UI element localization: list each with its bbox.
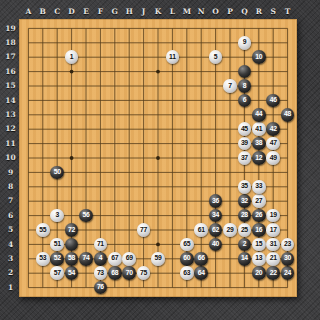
stone-black-O6: 34: [209, 209, 223, 223]
move-number: 67: [111, 255, 118, 262]
row-label-3: 3: [3, 252, 18, 266]
move-number: 24: [284, 270, 291, 277]
stone-black-N3: 66: [194, 252, 208, 266]
col-label-G: G: [108, 5, 122, 18]
stone-white-D17: 1: [65, 50, 79, 64]
move-number: 76: [97, 284, 104, 291]
row-label-8: 8: [3, 180, 18, 194]
move-number: 53: [39, 255, 46, 262]
col-label-D: D: [64, 5, 78, 18]
col-label-N: N: [194, 5, 208, 18]
col-label-A: A: [21, 5, 35, 18]
stone-white-Q8: 35: [238, 180, 252, 194]
stone-black-Q14: 6: [238, 94, 252, 108]
stone-black-D2: 54: [65, 266, 79, 280]
move-number: 56: [82, 212, 89, 219]
stone-black-R17: 10: [252, 50, 266, 64]
move-number: 71: [97, 241, 104, 248]
move-number: 30: [284, 255, 291, 262]
row-label-14: 14: [3, 93, 18, 107]
move-number: 29: [226, 227, 233, 234]
stone-black-Q4: 2: [238, 238, 252, 252]
row-label-18: 18: [3, 36, 18, 50]
move-number: 11: [169, 54, 176, 61]
stone-white-S4: 31: [266, 238, 280, 252]
move-number: 1: [70, 54, 73, 61]
move-number: 22: [270, 270, 277, 277]
stone-black-T13: 48: [281, 108, 295, 122]
stone-black-O4: 40: [209, 238, 223, 252]
stone-black-Q16: [238, 65, 252, 79]
row-label-13: 13: [3, 108, 18, 122]
stone-black-S12: 42: [266, 122, 280, 136]
move-number: 34: [212, 212, 219, 219]
move-number: 44: [255, 111, 262, 118]
stone-black-T3: 30: [281, 252, 295, 266]
col-label-F: F: [93, 5, 107, 18]
col-label-O: O: [208, 5, 222, 18]
stone-black-T2: 24: [281, 266, 295, 280]
stone-white-R3: 13: [252, 252, 266, 266]
col-label-E: E: [79, 5, 93, 18]
stone-white-O17: 5: [209, 50, 223, 64]
col-label-J: J: [136, 5, 150, 18]
stone-black-R6: 26: [252, 209, 266, 223]
stone-white-S3: 21: [266, 252, 280, 266]
stone-white-S10: 49: [266, 151, 280, 165]
stone-white-Q18: 9: [238, 36, 252, 50]
stone-black-D5: 72: [65, 223, 79, 237]
col-label-B: B: [36, 5, 50, 18]
move-number: 64: [198, 270, 205, 277]
stone-black-D4: [65, 238, 79, 252]
move-number: 48: [284, 111, 291, 118]
row-label-12: 12: [3, 122, 18, 136]
stone-white-T4: 23: [281, 238, 295, 252]
move-number: 21: [270, 255, 277, 262]
stone-white-R8: 33: [252, 180, 266, 194]
stone-white-P5: 29: [223, 223, 237, 237]
move-number: 60: [183, 255, 190, 262]
stone-white-B5: 55: [36, 223, 50, 237]
stone-black-F3: 4: [94, 252, 108, 266]
move-number: 59: [154, 255, 161, 262]
stone-black-Q6: 28: [238, 209, 252, 223]
move-number: 40: [212, 241, 219, 248]
move-number: 75: [140, 270, 147, 277]
move-number: 77: [140, 227, 147, 234]
stone-white-Q11: 39: [238, 137, 252, 151]
move-number: 51: [54, 241, 61, 248]
stone-white-M2: 63: [180, 266, 194, 280]
move-number: 47: [270, 140, 277, 147]
stone-black-Q15: 8: [238, 79, 252, 93]
stone-black-Q7: 32: [238, 194, 252, 208]
move-number: 9: [243, 39, 246, 46]
move-number: 8: [243, 83, 246, 90]
col-label-K: K: [151, 5, 165, 18]
move-number: 14: [241, 255, 248, 262]
move-number: 16: [255, 227, 262, 234]
stone-white-C6: 3: [50, 209, 64, 223]
stone-white-Q5: 25: [238, 223, 252, 237]
stone-white-Q10: 37: [238, 151, 252, 165]
stone-white-Q12: 45: [238, 122, 252, 136]
row-label-17: 17: [3, 50, 18, 64]
move-number: 50: [54, 169, 61, 176]
stone-white-R12: 41: [252, 122, 266, 136]
stone-white-S11: 47: [266, 137, 280, 151]
move-number: 38: [255, 140, 262, 147]
move-number: 20: [255, 270, 262, 277]
col-label-R: R: [252, 5, 266, 18]
stone-black-S14: 46: [266, 94, 280, 108]
col-label-Q: Q: [237, 5, 251, 18]
stone-white-G3: 67: [108, 252, 122, 266]
col-label-H: H: [122, 5, 136, 18]
move-number: 3: [55, 212, 58, 219]
row-label-15: 15: [3, 79, 18, 93]
move-number: 54: [68, 270, 75, 277]
move-number: 73: [97, 270, 104, 277]
move-number: 19: [270, 212, 277, 219]
row-label-11: 11: [3, 136, 18, 150]
stone-white-C2: 57: [50, 266, 64, 280]
stone-white-B3: 53: [36, 252, 50, 266]
stone-white-F4: 71: [94, 238, 108, 252]
stone-white-L17: 11: [166, 50, 180, 64]
move-number: 65: [183, 241, 190, 248]
move-number: 28: [241, 212, 248, 219]
stone-black-R5: 16: [252, 223, 266, 237]
move-number: 70: [126, 270, 133, 277]
stone-white-S5: 17: [266, 223, 280, 237]
stone-black-N2: 64: [194, 266, 208, 280]
move-number: 74: [82, 255, 89, 262]
move-number: 55: [39, 227, 46, 234]
stone-black-O7: 36: [209, 194, 223, 208]
stone-black-G2: 68: [108, 266, 122, 280]
stone-black-C9: 50: [50, 166, 64, 180]
move-number: 15: [255, 241, 262, 248]
go-diagram: ABCDEFGHJKLMNOPQRST 19181716151413121110…: [0, 0, 320, 320]
stone-white-N5: 61: [194, 223, 208, 237]
stones-layer: 1234567891011121314151617192021222324252…: [21, 21, 295, 295]
move-number: 12: [255, 155, 262, 162]
move-number: 72: [68, 227, 75, 234]
stone-black-H2: 70: [122, 266, 136, 280]
go-board[interactable]: 1234567891011121314151617192021222324252…: [19, 19, 297, 297]
stone-black-Q3: 14: [238, 252, 252, 266]
move-number: 62: [212, 227, 219, 234]
move-number: 39: [241, 140, 248, 147]
move-number: 25: [241, 227, 248, 234]
move-number: 68: [111, 270, 118, 277]
col-label-S: S: [266, 5, 280, 18]
move-number: 58: [68, 255, 75, 262]
row-labels: 19181716151413121110987654321: [3, 19, 18, 297]
stone-black-S2: 22: [266, 266, 280, 280]
row-label-5: 5: [3, 223, 18, 237]
stone-black-C3: 52: [50, 252, 64, 266]
row-label-16: 16: [3, 64, 18, 78]
stone-black-O5: 62: [209, 223, 223, 237]
move-number: 32: [241, 198, 248, 205]
move-number: 2: [243, 241, 246, 248]
move-number: 57: [54, 270, 61, 277]
move-number: 5: [214, 54, 217, 61]
stone-black-D3: 58: [65, 252, 79, 266]
move-number: 33: [255, 183, 262, 190]
stone-white-C4: 51: [50, 238, 64, 252]
move-number: 45: [241, 126, 248, 133]
move-number: 6: [243, 97, 246, 104]
stone-black-R10: 12: [252, 151, 266, 165]
stone-white-J2: 75: [137, 266, 151, 280]
stone-black-R2: 20: [252, 266, 266, 280]
row-label-7: 7: [3, 194, 18, 208]
col-label-T: T: [280, 5, 294, 18]
move-number: 52: [54, 255, 61, 262]
move-number: 66: [198, 255, 205, 262]
row-label-9: 9: [3, 165, 18, 179]
move-number: 17: [270, 227, 277, 234]
stone-white-J5: 77: [137, 223, 151, 237]
stone-black-E3: 74: [79, 252, 93, 266]
move-number: 36: [212, 198, 219, 205]
stone-white-K3: 59: [151, 252, 165, 266]
col-label-L: L: [165, 5, 179, 18]
move-number: 46: [270, 97, 277, 104]
row-label-10: 10: [3, 151, 18, 165]
stone-black-R11: 38: [252, 137, 266, 151]
move-number: 10: [255, 54, 262, 61]
move-number: 31: [270, 241, 277, 248]
move-number: 49: [270, 155, 277, 162]
move-number: 63: [183, 270, 190, 277]
stone-white-F2: 73: [94, 266, 108, 280]
row-label-1: 1: [3, 280, 18, 294]
move-number: 69: [126, 255, 133, 262]
move-number: 61: [198, 227, 205, 234]
move-number: 37: [241, 155, 248, 162]
stone-white-M4: 65: [180, 238, 194, 252]
move-number: 4: [99, 255, 102, 262]
stone-black-R13: 44: [252, 108, 266, 122]
col-label-C: C: [50, 5, 64, 18]
stone-black-F1: 76: [94, 281, 108, 295]
move-number: 26: [255, 212, 262, 219]
move-number: 41: [255, 126, 262, 133]
stone-white-R7: 27: [252, 194, 266, 208]
stone-white-R4: 15: [252, 238, 266, 252]
row-label-4: 4: [3, 237, 18, 251]
row-label-6: 6: [3, 208, 18, 222]
move-number: 23: [284, 241, 291, 248]
move-number: 42: [270, 126, 277, 133]
column-labels: ABCDEFGHJKLMNOPQRST: [19, 5, 297, 18]
stone-black-E6: 56: [79, 209, 93, 223]
move-number: 7: [228, 83, 231, 90]
move-number: 13: [255, 255, 262, 262]
stone-white-S6: 19: [266, 209, 280, 223]
move-number: 27: [255, 198, 262, 205]
stone-white-H3: 69: [122, 252, 136, 266]
col-label-P: P: [223, 5, 237, 18]
row-label-19: 19: [3, 21, 18, 35]
stone-black-M3: 60: [180, 252, 194, 266]
row-label-2: 2: [3, 266, 18, 280]
col-label-M: M: [180, 5, 194, 18]
stone-white-P15: 7: [223, 79, 237, 93]
move-number: 35: [241, 183, 248, 190]
